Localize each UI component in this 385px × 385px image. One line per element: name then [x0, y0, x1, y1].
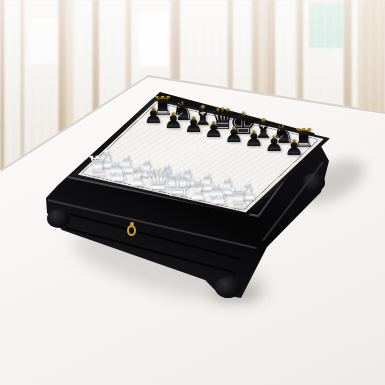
- bun-foot: [215, 277, 241, 298]
- bun-foot: [47, 209, 70, 228]
- product-photo-scene: ♜♞♝♛♚♝♞♜♟♟♟♟♟♟♟♟♟♟♟♟♟♟♟♟♜♞♝♛♚♝♞♜: [0, 0, 385, 385]
- drawer-ring-mount: [130, 222, 134, 226]
- drawer-ring-pull: [127, 225, 136, 236]
